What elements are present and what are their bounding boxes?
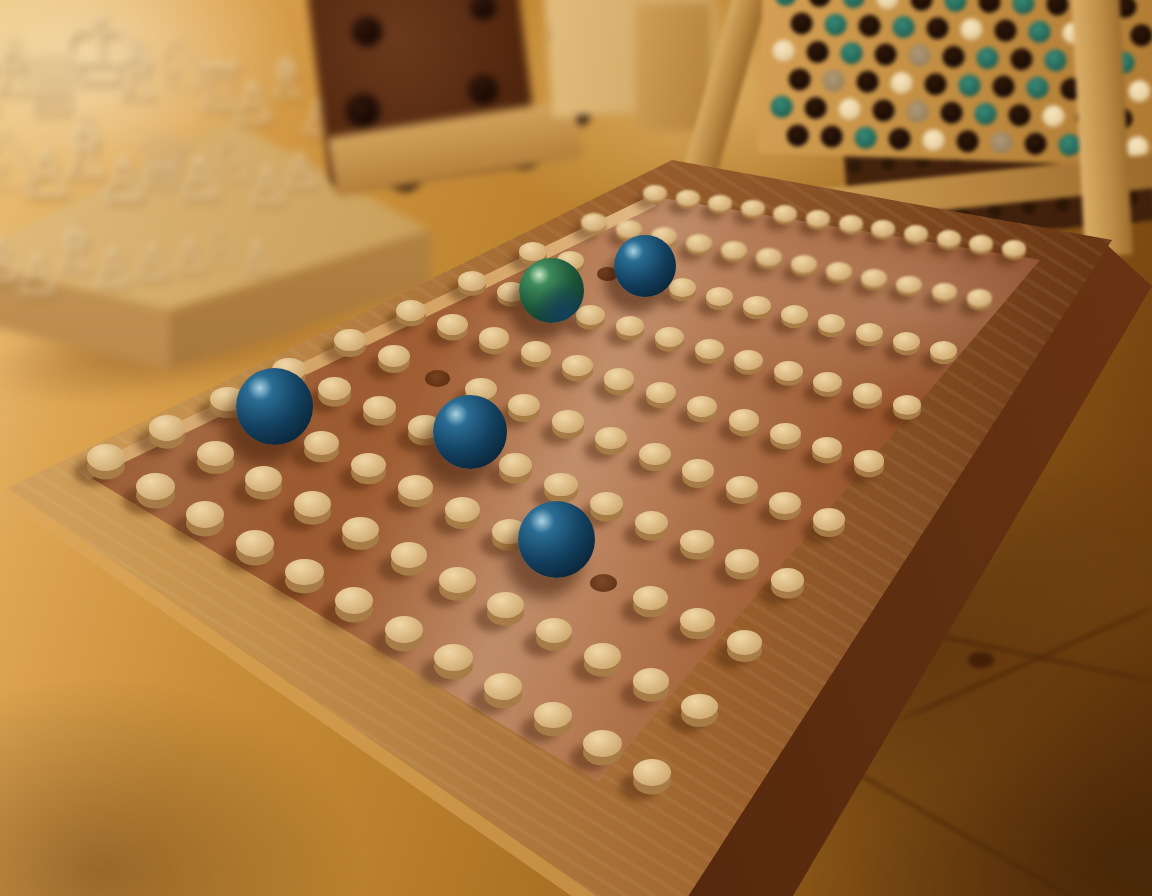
peg: [937, 230, 961, 247]
peg: [487, 592, 524, 618]
peg: [391, 542, 428, 568]
peg: [544, 473, 578, 497]
peg: [969, 235, 993, 252]
peg: [536, 618, 573, 644]
peg: [708, 195, 732, 212]
peg: [826, 262, 852, 280]
peg: [893, 332, 920, 351]
peg: [363, 396, 397, 420]
peg: [87, 444, 125, 471]
ball-blue[interactable]: [236, 368, 313, 445]
peg: [458, 271, 487, 291]
peg: [904, 225, 928, 242]
peg: [304, 431, 339, 456]
peg: [727, 630, 762, 655]
peg: [552, 410, 584, 432]
peg: [334, 329, 366, 351]
ball-blue[interactable]: [614, 235, 676, 297]
peg: [639, 443, 671, 465]
peg: [676, 190, 700, 207]
peg: [770, 423, 800, 444]
peg: [743, 296, 770, 315]
peg: [773, 205, 797, 222]
peg: [584, 643, 621, 669]
peg: [669, 278, 696, 297]
peg: [695, 339, 724, 359]
peg: [646, 382, 676, 403]
peg: [197, 441, 234, 467]
peg: [741, 200, 765, 217]
peg: [706, 287, 733, 306]
peg: [635, 511, 669, 535]
peg: [813, 372, 842, 392]
peg: [236, 530, 274, 557]
peg: [576, 305, 605, 325]
peg: [342, 517, 379, 543]
peg: [930, 341, 957, 360]
ball-blue[interactable]: [518, 501, 595, 578]
peg: [856, 323, 883, 342]
peg: [655, 327, 684, 347]
peg: [445, 497, 480, 522]
peg: [791, 255, 817, 273]
empty-hole: [590, 574, 618, 593]
peg: [893, 395, 922, 415]
peg: [136, 473, 174, 500]
peg: [774, 361, 803, 381]
peg: [595, 427, 627, 449]
peg-grid: [0, 0, 1152, 896]
peg: [186, 501, 224, 528]
peg: [378, 345, 410, 367]
peg: [583, 730, 621, 757]
peg: [479, 327, 509, 348]
peg: [729, 409, 759, 430]
main-board: [0, 0, 1152, 896]
empty-hole: [425, 370, 450, 387]
ball-blue[interactable]: [433, 395, 507, 469]
peg: [1002, 240, 1026, 257]
peg: [521, 341, 551, 362]
peg: [806, 210, 830, 227]
peg: [633, 668, 670, 694]
peg: [434, 644, 472, 671]
peg: [385, 616, 423, 643]
peg: [534, 702, 572, 729]
peg: [813, 508, 845, 530]
peg: [818, 314, 845, 333]
peg: [318, 377, 352, 401]
peg: [681, 694, 718, 720]
peg: [581, 213, 607, 231]
peg: [734, 350, 763, 370]
peg: [616, 316, 645, 336]
peg: [871, 220, 895, 237]
peg: [687, 396, 717, 417]
peg: [680, 530, 714, 554]
peg: [351, 453, 386, 478]
peg: [853, 383, 882, 403]
peg: [839, 215, 863, 232]
peg: [508, 394, 540, 416]
peg: [643, 185, 667, 202]
peg: [633, 759, 671, 786]
peg: [680, 608, 715, 633]
photo-scene: ♖♗♕♔♗♘♖♙♗♙♙♘♙♗♙♕♙♘♙♙♙♙♗♙♙♙♘♙: [0, 0, 1152, 896]
peg: [149, 415, 186, 441]
peg: [437, 314, 467, 335]
peg: [682, 459, 714, 481]
peg: [771, 568, 805, 592]
peg: [604, 368, 634, 389]
peg: [398, 475, 433, 500]
ball-green[interactable]: [519, 258, 584, 323]
peg: [294, 491, 331, 517]
peg: [725, 549, 759, 573]
peg: [781, 305, 808, 324]
peg: [285, 559, 323, 586]
peg: [967, 289, 993, 307]
peg: [896, 276, 922, 294]
peg: [499, 453, 533, 477]
peg: [633, 586, 668, 611]
peg: [861, 269, 887, 287]
peg: [590, 492, 624, 516]
peg: [686, 234, 712, 252]
peg: [439, 567, 476, 593]
peg: [769, 492, 801, 514]
peg: [721, 241, 747, 259]
peg: [812, 437, 842, 458]
peg: [335, 587, 373, 614]
peg: [484, 673, 522, 700]
peg: [396, 300, 426, 321]
peg: [932, 283, 958, 301]
peg: [562, 355, 592, 376]
peg: [726, 476, 758, 498]
peg: [854, 450, 884, 471]
peg: [245, 466, 282, 492]
peg: [756, 248, 782, 266]
